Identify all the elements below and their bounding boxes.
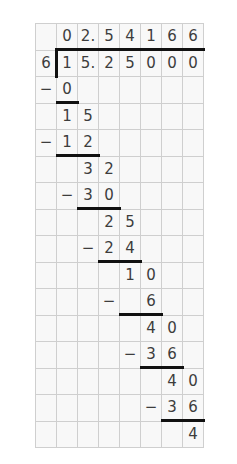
cell-r13c3 [99, 369, 120, 396]
cell-r11c0 [36, 316, 57, 343]
cell-r12c0 [36, 342, 57, 369]
subtraction-underline-0 [56, 101, 79, 104]
cell-r5c2: 3 [78, 157, 99, 184]
cell-r14c2 [78, 395, 99, 422]
cell-r0c3: 5 [99, 24, 120, 51]
cell-r2c2 [78, 77, 99, 104]
cell-r1c5: 0 [141, 51, 162, 78]
cell-r6c6 [162, 183, 183, 210]
cell-r5c5 [141, 157, 162, 184]
cell-r6c5 [141, 183, 162, 210]
cell-r9c6 [162, 263, 183, 290]
cell-r2c5 [141, 77, 162, 104]
cell-r15c0 [36, 422, 57, 449]
cell-r6c1: − [57, 183, 78, 210]
cell-r1c1: 1 [57, 51, 78, 78]
cell-r5c4 [120, 157, 141, 184]
cell-r15c5 [141, 422, 162, 449]
cell-r14c0 [36, 395, 57, 422]
cell-r8c4: 4 [120, 236, 141, 263]
cell-r0c7: 6 [183, 24, 204, 51]
cell-r7c3: 2 [99, 210, 120, 237]
cell-r1c7: 0 [183, 51, 204, 78]
cell-r4c1: 1 [57, 130, 78, 157]
cell-r9c1 [57, 263, 78, 290]
cell-r0c0 [36, 24, 57, 51]
cell-r9c5: 0 [141, 263, 162, 290]
cell-r3c6 [162, 104, 183, 131]
long-division-worksheet: 02.54166615.25000−015−1232−3025−2410−640… [0, 0, 237, 464]
cell-r5c0 [36, 157, 57, 184]
cell-r12c7 [183, 342, 204, 369]
cell-r8c6 [162, 236, 183, 263]
cell-r15c6 [162, 422, 183, 449]
cell-r13c0 [36, 369, 57, 396]
cell-r12c3 [99, 342, 120, 369]
cell-r3c4 [120, 104, 141, 131]
cell-r6c4 [120, 183, 141, 210]
cell-r1c3: 2 [99, 51, 120, 78]
cell-r7c2 [78, 210, 99, 237]
cell-r15c4 [120, 422, 141, 449]
subtraction-underline-6 [161, 419, 205, 422]
cell-r14c4 [120, 395, 141, 422]
cell-r8c7 [183, 236, 204, 263]
cell-r14c5: − [141, 395, 162, 422]
subtraction-underline-3 [98, 260, 142, 263]
cell-r11c6: 0 [162, 316, 183, 343]
cell-r3c2: 5 [78, 104, 99, 131]
cell-r15c7: 4 [183, 422, 204, 449]
cell-r4c0: − [36, 130, 57, 157]
cell-r6c0 [36, 183, 57, 210]
cell-r4c7 [183, 130, 204, 157]
cell-r11c7 [183, 316, 204, 343]
cell-r3c7 [183, 104, 204, 131]
cell-r2c0: − [36, 77, 57, 104]
cell-r1c2: 5. [78, 51, 99, 78]
cell-r15c2 [78, 422, 99, 449]
cell-r10c0 [36, 289, 57, 316]
cell-r3c5 [141, 104, 162, 131]
cell-r15c1 [57, 422, 78, 449]
cell-r5c1 [57, 157, 78, 184]
cell-r13c7: 0 [183, 369, 204, 396]
cell-r10c1 [57, 289, 78, 316]
cell-r4c3 [99, 130, 120, 157]
cell-r2c7 [183, 77, 204, 104]
cell-r2c4 [120, 77, 141, 104]
cell-r7c0 [36, 210, 57, 237]
cell-r10c3: − [99, 289, 120, 316]
cell-r12c5: 3 [141, 342, 162, 369]
cell-r10c6 [162, 289, 183, 316]
cell-r11c2 [78, 316, 99, 343]
cell-r12c1 [57, 342, 78, 369]
cell-r9c7 [183, 263, 204, 290]
cell-r8c2: − [78, 236, 99, 263]
cell-r9c2 [78, 263, 99, 290]
cell-r1c6: 0 [162, 51, 183, 78]
subtraction-underline-2 [77, 207, 121, 210]
cell-r10c4 [120, 289, 141, 316]
cell-r13c2 [78, 369, 99, 396]
cell-r7c4: 5 [120, 210, 141, 237]
cell-r4c4 [120, 130, 141, 157]
cell-r11c5: 4 [141, 316, 162, 343]
cell-r4c2: 2 [78, 130, 99, 157]
cell-r13c6: 4 [162, 369, 183, 396]
cell-r11c4 [120, 316, 141, 343]
cell-r15c3 [99, 422, 120, 449]
cell-r12c2 [78, 342, 99, 369]
cell-r0c2: 2. [78, 24, 99, 51]
cell-r8c1 [57, 236, 78, 263]
cell-r2c6 [162, 77, 183, 104]
cell-r13c5 [141, 369, 162, 396]
cell-r3c3 [99, 104, 120, 131]
subtraction-underline-5 [140, 366, 184, 369]
cell-r6c3: 0 [99, 183, 120, 210]
cell-r6c2: 3 [78, 183, 99, 210]
cell-r4c6 [162, 130, 183, 157]
cell-r9c0 [36, 263, 57, 290]
cell-r10c2 [78, 289, 99, 316]
cell-r2c1: 0 [57, 77, 78, 104]
cell-r3c1: 1 [57, 104, 78, 131]
cell-r13c1 [57, 369, 78, 396]
subtraction-underline-1 [56, 154, 100, 157]
cell-r13c4 [120, 369, 141, 396]
cell-r0c5: 1 [141, 24, 162, 51]
division-bracket-top-line [56, 48, 205, 51]
long-division-board: 02.54166615.25000−015−1232−3025−2410−640… [35, 23, 204, 448]
division-bracket-vertical-line [55, 48, 58, 78]
cell-r12c4: − [120, 342, 141, 369]
cell-r14c7: 6 [183, 395, 204, 422]
cell-r5c7 [183, 157, 204, 184]
cell-r9c4: 1 [120, 263, 141, 290]
cell-r10c5: 6 [141, 289, 162, 316]
cell-r8c0 [36, 236, 57, 263]
cell-r11c1 [57, 316, 78, 343]
cell-r2c3 [99, 77, 120, 104]
cell-r14c1 [57, 395, 78, 422]
cell-r5c3: 2 [99, 157, 120, 184]
cell-r6c7 [183, 183, 204, 210]
cell-r7c6 [162, 210, 183, 237]
cell-r8c3: 2 [99, 236, 120, 263]
cell-r10c7 [183, 289, 204, 316]
cell-r0c1: 0 [57, 24, 78, 51]
cell-r4c5 [141, 130, 162, 157]
cell-r1c4: 5 [120, 51, 141, 78]
cell-r0c6: 6 [162, 24, 183, 51]
cell-r8c5 [141, 236, 162, 263]
cell-r7c7 [183, 210, 204, 237]
cell-r14c6: 3 [162, 395, 183, 422]
cell-r3c0 [36, 104, 57, 131]
subtraction-underline-4 [119, 313, 163, 316]
cell-r5c6 [162, 157, 183, 184]
cell-r7c1 [57, 210, 78, 237]
cell-r11c3 [99, 316, 120, 343]
cell-r12c6: 6 [162, 342, 183, 369]
cell-r14c3 [99, 395, 120, 422]
cell-r9c3 [99, 263, 120, 290]
cell-r0c4: 4 [120, 24, 141, 51]
cell-r7c5 [141, 210, 162, 237]
